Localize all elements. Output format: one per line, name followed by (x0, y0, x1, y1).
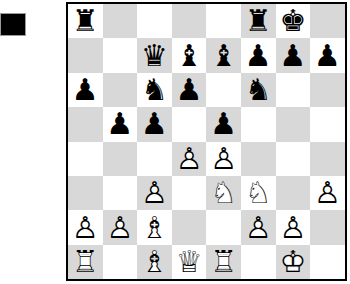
white-king: ♚♔ (279, 247, 306, 277)
square-h6[interactable] (310, 73, 345, 107)
square-d1[interactable]: ♛♕ (172, 245, 207, 279)
square-h4[interactable] (310, 142, 345, 176)
square-c6[interactable]: ♞ (137, 73, 172, 107)
square-f7[interactable]: ♟ (241, 38, 276, 72)
square-g5[interactable] (276, 107, 311, 141)
square-a1[interactable]: ♜♖ (68, 245, 103, 279)
square-c4[interactable] (137, 142, 172, 176)
black-queen: ♛ (141, 41, 168, 71)
square-c7[interactable]: ♛ (137, 38, 172, 72)
square-b8[interactable] (103, 4, 138, 38)
square-b3[interactable] (103, 176, 138, 210)
square-e1[interactable]: ♜♖ (206, 245, 241, 279)
square-g3[interactable] (276, 176, 311, 210)
square-c2[interactable]: ♝♗ (137, 210, 172, 244)
square-d4[interactable]: ♟♙ (172, 142, 207, 176)
white-knight: ♞♘ (210, 178, 237, 208)
square-h2[interactable] (310, 210, 345, 244)
square-g6[interactable] (276, 73, 311, 107)
square-e2[interactable] (206, 210, 241, 244)
square-f4[interactable] (241, 142, 276, 176)
black-bishop: ♝ (176, 41, 203, 71)
square-a6[interactable]: ♟ (68, 73, 103, 107)
white-pawn: ♟♙ (210, 144, 237, 174)
square-g7[interactable]: ♟ (276, 38, 311, 72)
square-e8[interactable] (206, 4, 241, 38)
black-pawn: ♟ (141, 109, 168, 139)
square-e3[interactable]: ♞♘ (206, 176, 241, 210)
square-f1[interactable] (241, 245, 276, 279)
white-rook: ♜♖ (72, 247, 99, 277)
square-d6[interactable]: ♟ (172, 73, 207, 107)
square-b1[interactable] (103, 245, 138, 279)
white-pawn: ♟♙ (106, 213, 133, 243)
square-a7[interactable] (68, 38, 103, 72)
square-h8[interactable] (310, 4, 345, 38)
square-g8[interactable]: ♚ (276, 4, 311, 38)
square-d7[interactable]: ♝ (172, 38, 207, 72)
square-b4[interactable] (103, 142, 138, 176)
square-c8[interactable] (137, 4, 172, 38)
white-queen: ♛♕ (176, 247, 203, 277)
square-g4[interactable] (276, 142, 311, 176)
black-pawn: ♟ (279, 41, 306, 71)
white-rook: ♜♖ (210, 247, 237, 277)
black-pawn: ♟ (210, 109, 237, 139)
square-d2[interactable] (172, 210, 207, 244)
black-pawn: ♟ (72, 75, 99, 105)
square-f5[interactable] (241, 107, 276, 141)
black-pawn: ♟ (245, 41, 272, 71)
square-h5[interactable] (310, 107, 345, 141)
square-d3[interactable] (172, 176, 207, 210)
chess-board: ♜♜♚♛♝♝♟♟♟♟♞♟♞♟♟♟♟♙♟♙♟♙♞♘♞♘♟♙♟♙♟♙♝♗♟♙♟♙♜♖… (66, 2, 347, 281)
square-b7[interactable] (103, 38, 138, 72)
square-h7[interactable]: ♟ (310, 38, 345, 72)
square-h1[interactable] (310, 245, 345, 279)
square-a3[interactable] (68, 176, 103, 210)
square-b2[interactable]: ♟♙ (103, 210, 138, 244)
white-pawn: ♟♙ (176, 144, 203, 174)
square-d8[interactable] (172, 4, 207, 38)
square-b5[interactable]: ♟ (103, 107, 138, 141)
black-rook: ♜ (72, 6, 99, 36)
square-f2[interactable]: ♟♙ (241, 210, 276, 244)
square-a4[interactable] (68, 142, 103, 176)
white-pawn: ♟♙ (141, 178, 168, 208)
white-knight: ♞♘ (245, 178, 272, 208)
white-pawn: ♟♙ (314, 178, 341, 208)
square-g1[interactable]: ♚♔ (276, 245, 311, 279)
square-g2[interactable]: ♟♙ (276, 210, 311, 244)
black-rook: ♜ (245, 6, 272, 36)
square-f8[interactable]: ♜ (241, 4, 276, 38)
square-d5[interactable] (172, 107, 207, 141)
black-pawn: ♟ (314, 41, 341, 71)
square-f3[interactable]: ♞♘ (241, 176, 276, 210)
square-h3[interactable]: ♟♙ (310, 176, 345, 210)
white-pawn: ♟♙ (72, 213, 99, 243)
white-pawn: ♟♙ (279, 213, 306, 243)
black-knight: ♞ (141, 75, 168, 105)
square-b6[interactable] (103, 73, 138, 107)
square-a5[interactable] (68, 107, 103, 141)
black-king: ♚ (279, 6, 306, 36)
square-c5[interactable]: ♟ (137, 107, 172, 141)
white-pawn: ♟♙ (245, 213, 272, 243)
square-a8[interactable]: ♜ (68, 4, 103, 38)
black-to-move-indicator (0, 13, 26, 36)
square-e4[interactable]: ♟♙ (206, 142, 241, 176)
square-a2[interactable]: ♟♙ (68, 210, 103, 244)
white-bishop: ♝♗ (141, 213, 168, 243)
square-c3[interactable]: ♟♙ (137, 176, 172, 210)
square-f6[interactable]: ♞ (241, 73, 276, 107)
white-bishop: ♝♗ (141, 247, 168, 277)
square-e5[interactable]: ♟ (206, 107, 241, 141)
square-e6[interactable] (206, 73, 241, 107)
black-pawn: ♟ (106, 109, 133, 139)
black-bishop: ♝ (210, 41, 237, 71)
square-e7[interactable]: ♝ (206, 38, 241, 72)
black-pawn: ♟ (176, 75, 203, 105)
square-c1[interactable]: ♝♗ (137, 245, 172, 279)
black-knight: ♞ (245, 75, 272, 105)
